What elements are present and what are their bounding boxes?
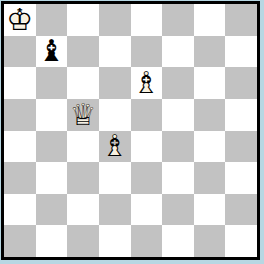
square-c2[interactable] (67, 194, 99, 226)
square-c8[interactable] (67, 4, 99, 36)
white-bishop-queenside-glyph: ♗ (101, 131, 128, 161)
square-a7[interactable] (4, 36, 36, 68)
square-a1[interactable] (4, 225, 36, 257)
square-b8[interactable] (36, 4, 68, 36)
square-f6[interactable] (162, 67, 194, 99)
square-d4[interactable]: ♝♗ (99, 131, 131, 163)
square-a8[interactable]: ♚♔ (4, 4, 36, 36)
square-e2[interactable] (131, 194, 163, 226)
square-g4[interactable] (194, 131, 226, 163)
black-bishop-glyph: ♝ (38, 36, 65, 66)
square-h1[interactable] (225, 225, 257, 257)
white-bishop-queenside[interactable]: ♝♗ (101, 131, 128, 161)
square-d8[interactable] (99, 4, 131, 36)
square-a2[interactable] (4, 194, 36, 226)
square-g8[interactable] (194, 4, 226, 36)
square-f7[interactable] (162, 36, 194, 68)
square-d5[interactable] (99, 99, 131, 131)
square-a6[interactable] (4, 67, 36, 99)
board-frame: ♚♔♝♝♗♛♕♝♗ (0, 0, 264, 264)
square-c7[interactable] (67, 36, 99, 68)
square-b6[interactable] (36, 67, 68, 99)
square-a4[interactable] (4, 131, 36, 163)
square-b1[interactable] (36, 225, 68, 257)
square-f2[interactable] (162, 194, 194, 226)
square-g3[interactable] (194, 162, 226, 194)
square-h7[interactable] (225, 36, 257, 68)
square-g5[interactable] (194, 99, 226, 131)
square-e5[interactable] (131, 99, 163, 131)
square-b7[interactable]: ♝ (36, 36, 68, 68)
square-a5[interactable] (4, 99, 36, 131)
square-e1[interactable] (131, 225, 163, 257)
square-f5[interactable] (162, 99, 194, 131)
square-h4[interactable] (225, 131, 257, 163)
square-f4[interactable] (162, 131, 194, 163)
chess-board: ♚♔♝♝♗♛♕♝♗ (1, 1, 260, 260)
square-c1[interactable] (67, 225, 99, 257)
white-king-glyph: ♔ (6, 5, 33, 35)
square-g1[interactable] (194, 225, 226, 257)
square-c3[interactable] (67, 162, 99, 194)
square-f1[interactable] (162, 225, 194, 257)
white-queen[interactable]: ♛♕ (70, 100, 97, 130)
square-b3[interactable] (36, 162, 68, 194)
square-d2[interactable] (99, 194, 131, 226)
square-f8[interactable] (162, 4, 194, 36)
square-b2[interactable] (36, 194, 68, 226)
square-h5[interactable] (225, 99, 257, 131)
square-d3[interactable] (99, 162, 131, 194)
square-e3[interactable] (131, 162, 163, 194)
square-e4[interactable] (131, 131, 163, 163)
square-e6[interactable]: ♝♗ (131, 67, 163, 99)
square-d1[interactable] (99, 225, 131, 257)
square-e8[interactable] (131, 4, 163, 36)
white-bishop-kingside[interactable]: ♝♗ (133, 68, 160, 98)
square-d7[interactable] (99, 36, 131, 68)
square-c5[interactable]: ♛♕ (67, 99, 99, 131)
square-c4[interactable] (67, 131, 99, 163)
square-d6[interactable] (99, 67, 131, 99)
square-h6[interactable] (225, 67, 257, 99)
square-b5[interactable] (36, 99, 68, 131)
square-e7[interactable] (131, 36, 163, 68)
square-h8[interactable] (225, 4, 257, 36)
white-king[interactable]: ♚♔ (6, 5, 33, 35)
square-g6[interactable] (194, 67, 226, 99)
square-h3[interactable] (225, 162, 257, 194)
square-a3[interactable] (4, 162, 36, 194)
square-b4[interactable] (36, 131, 68, 163)
square-g7[interactable] (194, 36, 226, 68)
white-queen-glyph: ♕ (70, 100, 97, 130)
white-bishop-kingside-glyph: ♗ (133, 68, 160, 98)
square-h2[interactable] (225, 194, 257, 226)
black-bishop[interactable]: ♝ (38, 36, 65, 66)
square-g2[interactable] (194, 194, 226, 226)
square-c6[interactable] (67, 67, 99, 99)
square-f3[interactable] (162, 162, 194, 194)
